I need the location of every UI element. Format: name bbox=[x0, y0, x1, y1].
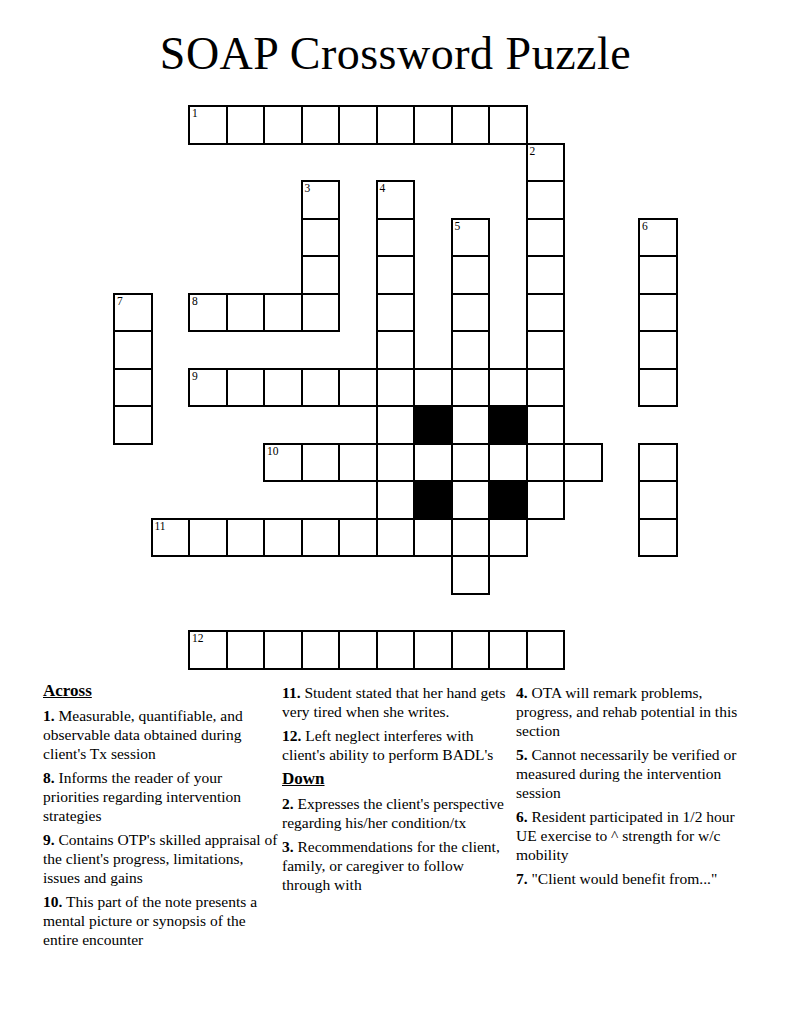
clue-number-label: 7. bbox=[516, 870, 528, 887]
grid-cell[interactable] bbox=[638, 293, 678, 333]
grid-cell[interactable] bbox=[376, 255, 416, 295]
grid-cell[interactable] bbox=[113, 330, 153, 370]
clue-11: 11. Student stated that her hand gets ve… bbox=[282, 683, 513, 721]
grid-cell[interactable] bbox=[488, 443, 528, 483]
grid-cell[interactable] bbox=[638, 368, 678, 408]
grid-cell[interactable]: 5 bbox=[451, 218, 491, 258]
grid-cell[interactable] bbox=[263, 368, 303, 408]
clue-number: 4 bbox=[380, 182, 386, 195]
grid-cell[interactable] bbox=[301, 518, 341, 558]
grid-cell[interactable] bbox=[638, 330, 678, 370]
grid-cell[interactable] bbox=[301, 630, 341, 670]
grid-cell[interactable] bbox=[526, 405, 566, 445]
grid-cell[interactable] bbox=[488, 105, 528, 145]
clue-12: 12. Left neglect interferes with client'… bbox=[282, 726, 513, 764]
clue-number: 2 bbox=[530, 145, 536, 158]
grid-cell[interactable] bbox=[338, 630, 378, 670]
clue-number-label: 3. bbox=[282, 838, 294, 855]
grid-cell[interactable]: 12 bbox=[188, 630, 228, 670]
clue-10: 10. This part of the note presents a men… bbox=[43, 892, 281, 949]
grid-cell[interactable] bbox=[451, 293, 491, 333]
grid-cell[interactable] bbox=[301, 293, 341, 333]
grid-cell[interactable] bbox=[451, 630, 491, 670]
grid-cell[interactable] bbox=[376, 518, 416, 558]
grid-cell[interactable] bbox=[526, 180, 566, 220]
clue-section-header-down: Down bbox=[282, 769, 513, 788]
clue-number-label: 1. bbox=[43, 707, 55, 724]
grid-cell[interactable] bbox=[376, 105, 416, 145]
grid-cell[interactable]: 2 bbox=[526, 143, 566, 183]
clue-5: 5. Cannot necessarily be verified or mea… bbox=[516, 745, 746, 802]
grid-cell[interactable] bbox=[638, 443, 678, 483]
grid-cell[interactable] bbox=[376, 218, 416, 258]
grid-cell[interactable]: 4 bbox=[376, 180, 416, 220]
clue-3: 3. Recommendations for the client, famil… bbox=[282, 837, 513, 894]
grid-cell[interactable] bbox=[638, 518, 678, 558]
black-cell bbox=[413, 405, 453, 445]
grid-cell[interactable] bbox=[113, 405, 153, 445]
clue-number-label: 2. bbox=[282, 795, 294, 812]
grid-cell[interactable] bbox=[451, 555, 491, 595]
grid-cell[interactable]: 10 bbox=[263, 443, 303, 483]
grid-cell[interactable] bbox=[451, 480, 491, 520]
clue-number-label: 11. bbox=[282, 684, 301, 701]
grid-cell[interactable] bbox=[413, 518, 453, 558]
grid-cell[interactable] bbox=[526, 293, 566, 333]
grid-cell[interactable] bbox=[338, 443, 378, 483]
grid-cell[interactable] bbox=[301, 443, 341, 483]
clue-number-label: 4. bbox=[516, 684, 528, 701]
grid-cell[interactable] bbox=[263, 293, 303, 333]
grid-cell[interactable] bbox=[376, 630, 416, 670]
grid-cell[interactable] bbox=[451, 405, 491, 445]
grid-cell[interactable] bbox=[638, 480, 678, 520]
clue-number: 3 bbox=[305, 182, 311, 195]
clue-number-label: 10. bbox=[43, 893, 62, 910]
clue-number-label: 12. bbox=[282, 727, 301, 744]
grid-cell[interactable] bbox=[113, 368, 153, 408]
clue-section-header-across: Across bbox=[43, 681, 281, 700]
grid-cell[interactable] bbox=[413, 630, 453, 670]
grid-cell[interactable] bbox=[301, 218, 341, 258]
clue-9: 9. Contains OTP's skilled appraisal of t… bbox=[43, 830, 281, 887]
grid-cell[interactable] bbox=[451, 443, 491, 483]
grid-cell[interactable] bbox=[188, 518, 228, 558]
grid-cell[interactable] bbox=[526, 330, 566, 370]
clue-4: 4. OTA will remark problems, progress, a… bbox=[516, 683, 746, 740]
grid-cell[interactable] bbox=[488, 368, 528, 408]
grid-cell[interactable] bbox=[301, 255, 341, 295]
clue-number: 10 bbox=[267, 445, 279, 458]
grid-cell[interactable]: 8 bbox=[188, 293, 228, 333]
grid-cell[interactable] bbox=[376, 480, 416, 520]
grid-cell[interactable] bbox=[338, 105, 378, 145]
grid-cell[interactable] bbox=[226, 293, 266, 333]
grid-cell[interactable]: 3 bbox=[301, 180, 341, 220]
clue-2: 2. Expresses the client's perspective re… bbox=[282, 794, 513, 832]
grid-cell[interactable]: 9 bbox=[188, 368, 228, 408]
grid-cell[interactable] bbox=[413, 368, 453, 408]
grid-cell[interactable] bbox=[526, 218, 566, 258]
clue-column-2: 11. Student stated that her hand gets ve… bbox=[282, 683, 513, 899]
grid-cell[interactable] bbox=[451, 518, 491, 558]
grid-cell[interactable] bbox=[526, 443, 566, 483]
clue-6: 6. Resident participated in 1/2 hour UE … bbox=[516, 807, 746, 864]
clue-number: 5 bbox=[455, 220, 461, 233]
grid-cell[interactable] bbox=[563, 443, 603, 483]
grid-cell[interactable]: 1 bbox=[188, 105, 228, 145]
grid-cell[interactable] bbox=[226, 630, 266, 670]
clue-8: 8. Informs the reader of your priorities… bbox=[43, 768, 281, 825]
grid-cell[interactable]: 11 bbox=[151, 518, 191, 558]
clue-number-label: 8. bbox=[43, 769, 55, 786]
black-cell bbox=[488, 480, 528, 520]
clue-1: 1. Measurable, quantifiable, and observa… bbox=[43, 706, 281, 763]
grid-cell[interactable] bbox=[226, 368, 266, 408]
grid-cell[interactable] bbox=[451, 105, 491, 145]
clue-number: 11 bbox=[155, 520, 166, 533]
crossword-grid: 123456789101112 bbox=[114, 106, 678, 670]
grid-cell[interactable] bbox=[376, 330, 416, 370]
clue-number-label: 9. bbox=[43, 831, 55, 848]
clue-number: 1 bbox=[192, 107, 198, 120]
grid-cell[interactable] bbox=[338, 368, 378, 408]
grid-cell[interactable] bbox=[451, 330, 491, 370]
grid-cell[interactable] bbox=[376, 293, 416, 333]
grid-cell[interactable] bbox=[413, 443, 453, 483]
grid-cell[interactable] bbox=[376, 368, 416, 408]
clue-column-1: Across1. Measurable, quantifiable, and o… bbox=[43, 681, 281, 954]
clue-7: 7. "Client would benefit from..." bbox=[516, 869, 746, 888]
black-cell bbox=[413, 480, 453, 520]
grid-cell[interactable] bbox=[526, 255, 566, 295]
grid-cell[interactable] bbox=[376, 405, 416, 445]
clue-number: 8 bbox=[192, 295, 198, 308]
grid-cell[interactable] bbox=[526, 630, 566, 670]
grid-cell[interactable] bbox=[488, 630, 528, 670]
grid-cell[interactable]: 6 bbox=[638, 218, 678, 258]
grid-cell[interactable] bbox=[263, 105, 303, 145]
grid-cell[interactable] bbox=[376, 443, 416, 483]
grid-cell[interactable] bbox=[263, 518, 303, 558]
clue-number: 9 bbox=[192, 370, 198, 383]
grid-cell[interactable] bbox=[488, 518, 528, 558]
grid-cell[interactable] bbox=[526, 480, 566, 520]
grid-cell[interactable] bbox=[451, 255, 491, 295]
clue-number: 12 bbox=[192, 632, 204, 645]
clue-column-3: 4. OTA will remark problems, progress, a… bbox=[516, 683, 746, 893]
grid-cell[interactable] bbox=[526, 368, 566, 408]
clue-number: 6 bbox=[642, 220, 648, 233]
page-title: SOAP Crossword Puzzle bbox=[0, 31, 791, 77]
grid-cell[interactable] bbox=[301, 105, 341, 145]
crossword-page: SOAP Crossword Puzzle 123456789101112 Ac… bbox=[0, 0, 791, 1024]
grid-cell[interactable] bbox=[413, 105, 453, 145]
grid-cell[interactable] bbox=[226, 518, 266, 558]
grid-cell[interactable] bbox=[301, 368, 341, 408]
grid-cell[interactable]: 7 bbox=[113, 293, 153, 333]
grid-cell[interactable] bbox=[338, 518, 378, 558]
grid-cell[interactable] bbox=[638, 255, 678, 295]
grid-cell[interactable] bbox=[451, 368, 491, 408]
clue-number-label: 5. bbox=[516, 746, 528, 763]
black-cell bbox=[488, 405, 528, 445]
clue-number-label: 6. bbox=[516, 808, 528, 825]
clue-number: 7 bbox=[117, 295, 123, 308]
grid-cell[interactable] bbox=[263, 630, 303, 670]
grid-cell[interactable] bbox=[226, 105, 266, 145]
